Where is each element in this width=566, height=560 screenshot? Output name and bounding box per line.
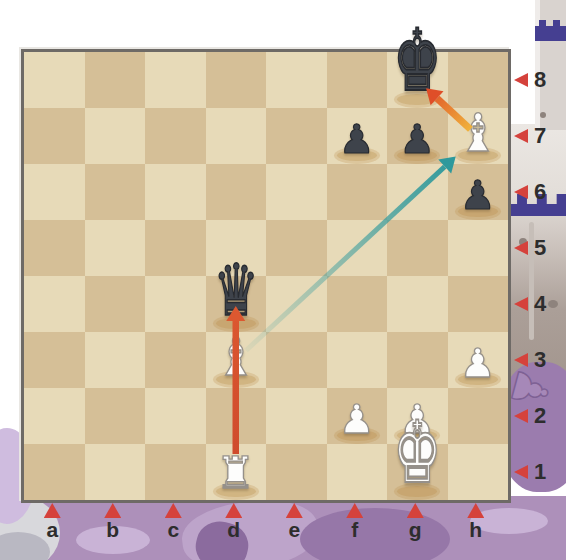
rank-label-6: 6 [514, 180, 546, 204]
square-a5[interactable] [24, 220, 85, 276]
file-label-e: e [278, 503, 310, 541]
rank-label-4: 4 [514, 292, 546, 316]
square-a8[interactable] [24, 52, 85, 108]
file-label-h: h [460, 503, 492, 541]
square-c8[interactable] [145, 52, 206, 108]
white-pawn-f2[interactable]: ♟ [327, 399, 388, 439]
square-a6[interactable] [24, 164, 85, 220]
square-b3[interactable] [85, 332, 146, 388]
square-e3[interactable] [266, 332, 327, 388]
rank-marker-triangle [514, 185, 528, 199]
rank-label-8: 8 [514, 68, 546, 92]
file-label-b: b [97, 503, 129, 541]
file-label-f: f [339, 503, 371, 541]
castle-tower-band [535, 26, 566, 41]
square-e5[interactable] [266, 220, 327, 276]
square-f6[interactable] [327, 164, 388, 220]
square-h1[interactable] [448, 444, 509, 500]
black-pawn-f7[interactable]: ♟ [327, 119, 388, 159]
square-b4[interactable] [85, 276, 146, 332]
rank-label-1: 1 [514, 460, 546, 484]
square-e2[interactable] [266, 388, 327, 444]
file-letter: c [157, 518, 189, 541]
castle-crenellation [539, 20, 546, 27]
square-a3[interactable] [24, 332, 85, 388]
rank-label-7: 7 [514, 124, 546, 148]
square-b2[interactable] [85, 388, 146, 444]
rank-label-2: 2 [514, 404, 546, 428]
square-a2[interactable] [24, 388, 85, 444]
rank-number: 1 [534, 460, 546, 484]
file-marker-triangle [467, 503, 484, 518]
square-c3[interactable] [145, 332, 206, 388]
square-f8[interactable] [327, 52, 388, 108]
rank-number: 4 [534, 292, 546, 316]
file-label-d: d [218, 503, 250, 541]
rank-number: 3 [534, 348, 546, 372]
rank-number: 7 [534, 124, 546, 148]
file-letter: a [36, 518, 68, 541]
file-label-c: c [157, 503, 189, 541]
square-a7[interactable] [24, 108, 85, 164]
square-g5[interactable] [387, 220, 448, 276]
square-e4[interactable] [266, 276, 327, 332]
rank-number: 2 [534, 404, 546, 428]
square-d8[interactable] [206, 52, 267, 108]
square-g4[interactable] [387, 276, 448, 332]
square-f5[interactable] [327, 220, 388, 276]
rank-number: 8 [534, 68, 546, 92]
file-letter: e [278, 518, 310, 541]
square-f1[interactable] [327, 444, 388, 500]
file-marker-triangle [165, 503, 182, 518]
square-b7[interactable] [85, 108, 146, 164]
square-c2[interactable] [145, 388, 206, 444]
rank-marker-triangle [514, 241, 528, 255]
file-letter: g [399, 518, 431, 541]
rank-label-3: 3 [514, 348, 546, 372]
white-bishop-h7[interactable]: ♝ [449, 106, 506, 159]
castle-wall-stone [548, 300, 558, 308]
square-b8[interactable] [85, 52, 146, 108]
rank-label-5: 5 [514, 236, 546, 260]
file-marker-triangle [104, 503, 121, 518]
square-a4[interactable] [24, 276, 85, 332]
file-marker-triangle [225, 503, 242, 518]
square-b6[interactable] [85, 164, 146, 220]
square-h4[interactable] [448, 276, 509, 332]
rank-marker-triangle [514, 73, 528, 87]
square-b1[interactable] [85, 444, 146, 500]
black-pawn-g7[interactable]: ♟ [387, 119, 448, 159]
file-letter: d [218, 518, 250, 541]
square-e8[interactable] [266, 52, 327, 108]
square-c7[interactable] [145, 108, 206, 164]
file-letter: h [460, 518, 492, 541]
black-pawn-h6[interactable]: ♟ [448, 175, 509, 215]
square-g6[interactable] [387, 164, 448, 220]
rank-marker-triangle [514, 353, 528, 367]
file-letter: f [339, 518, 371, 541]
square-c6[interactable] [145, 164, 206, 220]
white-pawn-h3[interactable]: ♟ [448, 343, 509, 383]
black-king-g8[interactable]: ♚ [389, 18, 446, 104]
castle-wall-stone [540, 112, 546, 118]
file-label-a: a [36, 503, 68, 541]
square-c5[interactable] [145, 220, 206, 276]
rank-marker-triangle [514, 297, 528, 311]
castle-crenellation [553, 20, 560, 27]
black-queen-d4[interactable]: ♛ [208, 256, 264, 328]
rank-marker-triangle [514, 129, 528, 143]
rank-marker-triangle [514, 409, 528, 423]
square-e6[interactable] [266, 164, 327, 220]
square-h8[interactable] [448, 52, 509, 108]
rank-marker-triangle [514, 465, 528, 479]
square-d7[interactable] [206, 108, 267, 164]
rank-number: 6 [534, 180, 546, 204]
square-c4[interactable] [145, 276, 206, 332]
chess-board: ♚♟♟♝♟♛♝♟♟♟♚♜ [21, 49, 511, 503]
rank-number: 5 [534, 236, 546, 260]
square-g3[interactable] [387, 332, 448, 388]
square-c1[interactable] [145, 444, 206, 500]
square-f4[interactable] [327, 276, 388, 332]
file-marker-triangle [44, 503, 61, 518]
square-b5[interactable] [85, 220, 146, 276]
square-e1[interactable] [266, 444, 327, 500]
square-h5[interactable] [448, 220, 509, 276]
square-d6[interactable] [206, 164, 267, 220]
file-label-g: g [399, 503, 431, 541]
white-rook-d1[interactable]: ♜ [206, 451, 267, 495]
file-marker-triangle [407, 503, 424, 518]
square-e7[interactable] [266, 108, 327, 164]
square-d2[interactable] [206, 388, 267, 444]
chess-lesson-scene: ♟ ♚♟♟♝♟♛♝♟♟♟♚♜ abcdefgh 87654321 [0, 0, 566, 560]
white-king-g1[interactable]: ♚ [389, 410, 446, 496]
square-f3[interactable] [327, 332, 388, 388]
square-h2[interactable] [448, 388, 509, 444]
file-letter: b [97, 518, 129, 541]
white-bishop-d3[interactable]: ♝ [207, 330, 264, 383]
square-a1[interactable] [24, 444, 85, 500]
file-marker-triangle [286, 503, 303, 518]
file-marker-triangle [346, 503, 363, 518]
